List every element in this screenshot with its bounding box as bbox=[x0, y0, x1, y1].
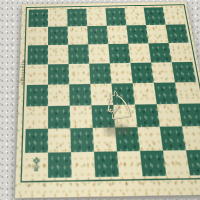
square-c3 bbox=[70, 105, 93, 128]
square-e6 bbox=[108, 44, 130, 64]
square-e1 bbox=[117, 151, 143, 177]
square-f6 bbox=[128, 43, 151, 63]
square-f1 bbox=[140, 151, 166, 177]
square-b3 bbox=[48, 106, 70, 129]
square-d6 bbox=[88, 44, 110, 64]
square-b8 bbox=[48, 9, 68, 27]
handwritten-marking: 4jusinga bbox=[18, 60, 27, 113]
square-f7 bbox=[126, 25, 148, 44]
square-h3 bbox=[178, 103, 200, 126]
square-f3 bbox=[135, 104, 160, 127]
maker-emblem-stamp: ❖♛ bbox=[24, 153, 48, 179]
square-c7 bbox=[68, 26, 89, 45]
square-a7 bbox=[28, 27, 48, 46]
square-e7 bbox=[107, 25, 129, 44]
board-scene: ❖♛ 4jusinga ♘ bbox=[0, 0, 200, 200]
square-d7 bbox=[87, 26, 108, 45]
square-c8 bbox=[67, 9, 87, 27]
square-c2 bbox=[70, 128, 94, 152]
square-d1 bbox=[94, 151, 119, 177]
square-a2 bbox=[25, 129, 48, 153]
square-b4 bbox=[48, 84, 70, 106]
square-e8 bbox=[105, 8, 126, 26]
square-f5 bbox=[131, 63, 154, 84]
square-a8 bbox=[28, 9, 48, 27]
square-c1 bbox=[71, 152, 95, 178]
square-h5 bbox=[172, 62, 196, 83]
square-b5 bbox=[48, 64, 69, 85]
square-f4 bbox=[133, 83, 157, 105]
square-c4 bbox=[69, 84, 91, 106]
square-a4 bbox=[26, 85, 48, 107]
square-b2 bbox=[48, 128, 71, 152]
square-d8 bbox=[86, 8, 107, 26]
square-f2 bbox=[137, 127, 163, 151]
square-d5 bbox=[89, 63, 111, 84]
square-b7 bbox=[48, 26, 68, 45]
white-knight-piece: ♘ bbox=[99, 84, 138, 126]
square-h6 bbox=[169, 43, 193, 63]
square-f8 bbox=[125, 8, 146, 26]
square-h4 bbox=[175, 82, 200, 104]
square-c6 bbox=[68, 44, 89, 64]
square-b6 bbox=[48, 45, 69, 65]
square-a5 bbox=[27, 64, 48, 85]
square-h2 bbox=[182, 126, 200, 150]
square-a6 bbox=[27, 45, 48, 65]
photo-canvas: ❖♛ 4jusinga ♘ bbox=[0, 0, 200, 200]
square-a1: ❖♛ bbox=[24, 153, 48, 179]
emblem-crown-glyph: ♛ bbox=[32, 166, 40, 173]
square-c5 bbox=[69, 64, 91, 85]
square-h8 bbox=[163, 7, 185, 25]
square-b1 bbox=[48, 152, 72, 178]
square-h7 bbox=[166, 24, 189, 43]
square-a3 bbox=[26, 106, 48, 129]
